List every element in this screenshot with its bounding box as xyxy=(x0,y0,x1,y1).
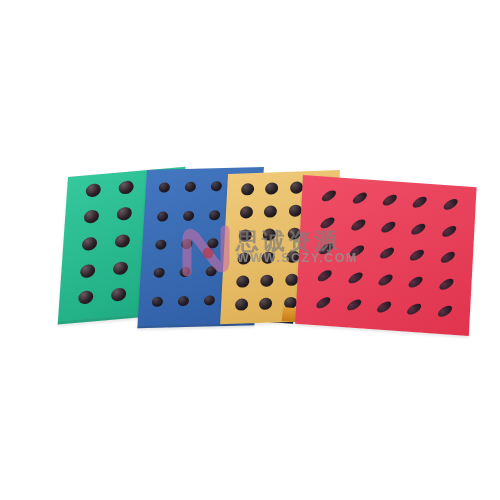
red-tile-stud xyxy=(442,197,460,212)
red-tile-stud xyxy=(436,303,454,318)
red-tile-stud xyxy=(345,297,363,312)
red-tile-stud xyxy=(437,277,455,292)
green-tile-stud xyxy=(119,180,135,194)
blue-tile-stud xyxy=(183,210,195,220)
blue-tile-stud xyxy=(179,267,191,277)
yellow-tile-stud xyxy=(239,206,253,218)
green-tile-stud xyxy=(117,207,133,221)
red-tile-stud xyxy=(378,246,396,261)
red-tile-stud xyxy=(407,275,425,290)
red-tile-stud xyxy=(379,219,397,234)
blue-tile-stud xyxy=(207,238,219,248)
red-tile-stud xyxy=(346,270,364,285)
yellow-tile-stud xyxy=(241,183,255,195)
red-tile-stud xyxy=(315,295,333,310)
blue-tile-stud xyxy=(210,181,222,191)
red-tile-stud xyxy=(439,250,457,265)
blue-tile-stud xyxy=(159,183,171,193)
blue-tile-stud xyxy=(209,210,221,220)
red-tile-stud xyxy=(319,215,337,230)
red-tile-stud xyxy=(320,189,338,204)
red-tile-stud xyxy=(375,299,393,314)
red-tile-stud xyxy=(348,244,366,259)
green-tile-stud xyxy=(111,287,127,301)
red-tile-stud xyxy=(440,224,458,239)
blue-tile-stud xyxy=(203,295,215,305)
green-tile-stud xyxy=(113,261,129,275)
yellow-tile-stud xyxy=(236,275,250,287)
red-tile-stud xyxy=(408,248,426,263)
red-tile-stud xyxy=(349,217,367,232)
blue-tile-stud xyxy=(185,182,197,192)
red-tile-stud xyxy=(406,301,424,316)
green-tile-stud xyxy=(84,210,100,224)
blue-tile-stud xyxy=(154,268,166,278)
blue-tile-stud xyxy=(181,239,193,249)
tile-red xyxy=(295,175,476,336)
red-tile-stud xyxy=(377,272,395,287)
product-photo: 思诚资源 WWW.SCZY.COM xyxy=(0,0,500,500)
red-tile-stud xyxy=(317,242,335,257)
yellow-tile-stud xyxy=(238,229,252,241)
blue-tile-stud xyxy=(152,296,164,306)
yellow-tile-stud xyxy=(260,274,274,286)
yellow-tile-stud xyxy=(261,251,275,263)
red-tile-stud xyxy=(411,195,429,210)
yellow-tile-stud xyxy=(263,228,277,240)
red-tile-stud xyxy=(351,191,369,206)
yellow-tile-stud xyxy=(237,252,251,264)
yellow-tile-stud xyxy=(265,182,279,194)
green-tile-stud xyxy=(78,290,94,304)
yellow-tile-stud xyxy=(259,297,273,309)
green-tile-stud xyxy=(115,234,131,248)
red-tile-stud xyxy=(381,193,399,208)
blue-tile-stud xyxy=(178,296,190,306)
blue-tile-stud xyxy=(205,267,217,277)
green-tile-stud xyxy=(80,264,96,278)
blue-tile-stud xyxy=(157,211,169,221)
red-tile-stud xyxy=(316,268,334,283)
yellow-tile-stud xyxy=(235,298,249,310)
green-tile-stud xyxy=(86,183,102,197)
blue-tile-stud xyxy=(155,239,167,249)
red-tile-stud xyxy=(410,221,428,236)
yellow-tile-stud xyxy=(264,205,278,217)
tile-scene xyxy=(0,0,500,500)
green-tile-stud xyxy=(82,237,98,251)
